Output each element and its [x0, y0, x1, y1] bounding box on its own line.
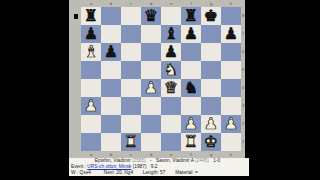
square-f1: ♜ — [181, 133, 201, 151]
rank-label-3: 3 — [241, 97, 245, 115]
square-c2 — [121, 115, 141, 133]
white-player-rating: (2565) — [132, 158, 146, 163]
rank-labels-right: 87654321 — [241, 7, 245, 151]
square-d6 — [141, 43, 161, 61]
move-label: W : — [71, 170, 78, 175]
square-h6 — [221, 43, 241, 61]
file-label-b: b — [101, 151, 121, 158]
square-d3 — [141, 97, 161, 115]
rank-label-2: 2 — [241, 115, 245, 133]
square-c5 — [121, 61, 141, 79]
square-c6 — [121, 43, 141, 61]
move-info-line: W : Qxe4 Next: 20. Ng4 Length: 57 Materi… — [69, 170, 249, 176]
file-label-h: h — [221, 151, 241, 158]
file-label-g: g — [201, 151, 221, 158]
white-pawn-piece: ♟ — [184, 115, 198, 133]
board-frame: abcdefgh ♜♛♜♚♟♝♟♟♝♟♟♞♟♛♞♟♟♟♟♜♜♚ 87654321… — [69, 0, 245, 176]
file-label-g: g — [201, 0, 221, 7]
square-f8: ♜ — [181, 7, 201, 25]
white-player-name: Epishin, Vladimir — [95, 158, 131, 163]
next-move-label: Next: — [104, 170, 115, 175]
chess-board: ♜♛♜♚♟♝♟♟♝♟♟♞♟♛♞♟♟♟♟♜♜♚ — [81, 7, 241, 151]
file-label-e: e — [161, 151, 181, 158]
square-e8 — [161, 7, 181, 25]
rank-label-4: 4 — [241, 79, 245, 97]
rank-label-8: 8 — [241, 7, 245, 25]
white-rook-piece: ♜ — [184, 133, 198, 151]
square-f2: ♟ — [181, 115, 201, 133]
square-h3 — [221, 97, 241, 115]
black-pawn-piece: ♟ — [84, 25, 98, 43]
square-a3: ♟ — [81, 97, 101, 115]
square-c1: ♜ — [121, 133, 141, 151]
square-d5 — [141, 61, 161, 79]
black-bishop-piece: ♝ — [164, 25, 178, 43]
white-bishop-piece: ♝ — [84, 43, 98, 61]
square-e1 — [161, 133, 181, 151]
square-h1 — [221, 133, 241, 151]
square-e5: ♞ — [161, 61, 181, 79]
square-d7 — [141, 25, 161, 43]
black-rook-piece: ♜ — [184, 7, 198, 25]
square-b1 — [101, 133, 121, 151]
square-h8 — [221, 7, 241, 25]
square-g2: ♟ — [201, 115, 221, 133]
event-link[interactable]: URS-ch otbor, Minsk — [87, 164, 131, 169]
square-b4 — [101, 79, 121, 97]
file-labels-bottom: abcdefgh — [81, 151, 241, 158]
white-rook-piece: ♜ — [124, 133, 138, 151]
file-label-d: d — [141, 0, 161, 7]
file-label-a: a — [81, 0, 101, 7]
video-frame: abcdefgh ♜♛♜♚♟♝♟♟♝♟♟♞♟♛♞♟♟♟♟♜♜♚ 87654321… — [0, 0, 320, 180]
square-h7: ♟ — [221, 25, 241, 43]
square-b5 — [101, 61, 121, 79]
square-f4: ♞ — [181, 79, 201, 97]
file-label-d: d — [141, 151, 161, 158]
length-label: Length: — [143, 170, 159, 175]
square-f7: ♟ — [181, 25, 201, 43]
next-move-value: 20. Ng4 — [116, 170, 133, 175]
square-g6 — [201, 43, 221, 61]
square-c3 — [121, 97, 141, 115]
white-queen-piece: ♛ — [164, 79, 178, 97]
rank-label-5: 5 — [241, 61, 245, 79]
file-label-c: c — [121, 151, 141, 158]
file-label-f: f — [181, 151, 201, 158]
square-h4 — [221, 79, 241, 97]
square-c8 — [121, 7, 141, 25]
rank-label-1: 1 — [241, 133, 245, 151]
square-a4 — [81, 79, 101, 97]
square-g3 — [201, 97, 221, 115]
square-h5 — [221, 61, 241, 79]
square-e6: ♟ — [161, 43, 181, 61]
square-a6: ♝ — [81, 43, 101, 61]
square-e4: ♛ — [161, 79, 181, 97]
square-e2 — [161, 115, 181, 133]
square-e3 — [161, 97, 181, 115]
side-to-move-indicator — [74, 14, 78, 19]
file-label-c: c — [121, 0, 141, 7]
game-result: 1-0 — [213, 158, 220, 164]
black-pawn-piece: ♟ — [104, 43, 118, 61]
square-b2 — [101, 115, 121, 133]
length-value: 57 — [160, 170, 165, 175]
file-label-f: f — [181, 0, 201, 7]
square-a7: ♟ — [81, 25, 101, 43]
black-pawn-piece: ♟ — [164, 43, 178, 61]
black-player-name: Savon, Vladimir A — [156, 158, 194, 163]
file-label-e: e — [161, 0, 181, 7]
square-g7 — [201, 25, 221, 43]
file-labels-top: abcdefgh — [81, 0, 241, 7]
rank-label-6: 6 — [241, 43, 245, 61]
black-rook-piece: ♜ — [84, 7, 98, 25]
white-pawn-piece: ♟ — [84, 97, 98, 115]
rank-label-7: 7 — [241, 25, 245, 43]
white-pawn-piece: ♟ — [144, 79, 158, 97]
white-knight-piece: ♞ — [164, 61, 178, 79]
square-f6 — [181, 43, 201, 61]
square-a8: ♜ — [81, 7, 101, 25]
square-h2: ♟ — [221, 115, 241, 133]
game-caption: Epishin, Vladimir (2565) - Savon, Vladim… — [69, 158, 249, 176]
square-c7 — [121, 25, 141, 43]
square-d2 — [141, 115, 161, 133]
square-g4 — [201, 79, 221, 97]
black-pawn-piece: ♟ — [184, 25, 198, 43]
white-pawn-piece: ♟ — [224, 115, 238, 133]
black-king-piece: ♚ — [204, 7, 218, 25]
black-player-rating: (2445) — [195, 158, 209, 163]
square-a2 — [81, 115, 101, 133]
square-b8 — [101, 7, 121, 25]
square-a1 — [81, 133, 101, 151]
file-label-b: b — [101, 0, 121, 7]
material-label: Material: — [175, 170, 193, 175]
black-queen-piece: ♛ — [144, 7, 158, 25]
material-value: = — [195, 170, 198, 175]
square-f5 — [181, 61, 201, 79]
square-b6: ♟ — [101, 43, 121, 61]
square-g8: ♚ — [201, 7, 221, 25]
file-label-a: a — [81, 151, 101, 158]
square-d4: ♟ — [141, 79, 161, 97]
square-a5 — [81, 61, 101, 79]
black-knight-piece: ♞ — [184, 79, 198, 97]
square-f3 — [181, 97, 201, 115]
move-value: Qxe4 — [80, 170, 91, 175]
square-d8: ♛ — [141, 7, 161, 25]
square-c4 — [121, 79, 141, 97]
white-king-piece: ♚ — [204, 133, 218, 151]
square-e7: ♝ — [161, 25, 181, 43]
square-b7 — [101, 25, 121, 43]
square-g1: ♚ — [201, 133, 221, 151]
white-pawn-piece: ♟ — [204, 115, 218, 133]
square-d1 — [141, 133, 161, 151]
square-b3 — [101, 97, 121, 115]
black-pawn-piece: ♟ — [224, 25, 238, 43]
square-g5 — [201, 61, 221, 79]
event-year: (1987) — [133, 164, 147, 169]
file-label-h: h — [221, 0, 241, 7]
event-label: Event : — [71, 164, 86, 169]
